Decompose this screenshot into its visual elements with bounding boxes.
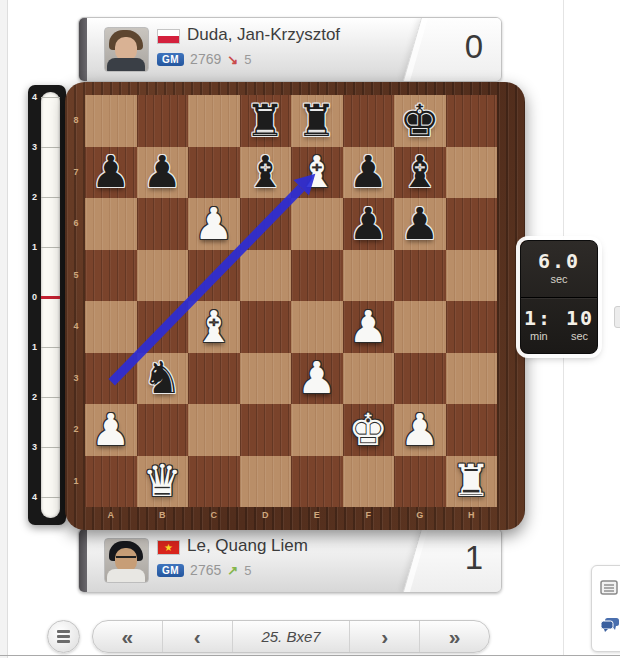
chess-board: ♜♜♚♟♟♝♝♟♝♟♟♟♝♟♞♟♟♚♟♛♜ 87654321ABCDEFGH xyxy=(65,82,525,530)
square-e6[interactable] xyxy=(291,198,343,250)
black-k-piece: ♚ xyxy=(400,99,439,143)
square-c3[interactable] xyxy=(188,353,240,405)
player-rating: 2769 xyxy=(190,51,221,67)
square-h3[interactable] xyxy=(446,353,498,405)
eval-tick xyxy=(41,197,60,198)
eval-label-1-5: 1 xyxy=(28,342,41,352)
flag-icon xyxy=(157,540,180,555)
white-p-piece: ♟ xyxy=(400,408,439,452)
last-move-button[interactable]: » xyxy=(420,621,489,652)
square-a5[interactable] xyxy=(85,250,137,302)
eval-label-4-8: 4 xyxy=(28,492,41,502)
player-card-black[interactable]: Le, Quang Liem GM 2765 ↗ 5 1 xyxy=(78,528,502,593)
evaluation-bar: 432101234 xyxy=(28,85,66,525)
square-d6[interactable] xyxy=(240,198,292,250)
square-a2[interactable]: ♟ xyxy=(85,404,137,456)
black-p-piece: ♟ xyxy=(349,202,388,246)
square-e5[interactable] xyxy=(291,250,343,302)
current-move-display[interactable]: 25. Bxe7 xyxy=(233,621,351,652)
white-p-piece: ♟ xyxy=(194,202,233,246)
square-f7[interactable]: ♟ xyxy=(343,147,395,199)
square-d1[interactable] xyxy=(240,456,292,508)
square-b6[interactable] xyxy=(137,198,189,250)
white-b-piece: ♝ xyxy=(297,150,336,194)
square-b8[interactable] xyxy=(137,95,189,147)
rank-label-3: 3 xyxy=(69,373,83,383)
evaluation-meter xyxy=(41,92,60,518)
square-a4[interactable] xyxy=(85,301,137,353)
black-r-piece: ♜ xyxy=(297,99,336,143)
rank-label-6: 6 xyxy=(69,218,83,228)
black-n-piece: ♞ xyxy=(143,356,182,400)
square-e8[interactable]: ♜ xyxy=(291,95,343,147)
white-k-piece: ♚ xyxy=(349,408,388,452)
file-label-c: C xyxy=(188,510,240,520)
square-b4[interactable] xyxy=(137,301,189,353)
black-p-piece: ♟ xyxy=(143,150,182,194)
square-h6[interactable] xyxy=(446,198,498,250)
square-c8[interactable] xyxy=(188,95,240,147)
clock-sec-label: sec xyxy=(571,330,588,342)
match-score-black: 1 xyxy=(465,539,483,577)
broadcast-view: Duda, Jan-Krzysztof GM 2769 ↘ 5 0 Le, Qu… xyxy=(0,0,620,658)
black-p-piece: ♟ xyxy=(400,202,439,246)
square-b7[interactable]: ♟ xyxy=(137,147,189,199)
eval-tick xyxy=(41,247,60,248)
square-h4[interactable] xyxy=(446,301,498,353)
square-d8[interactable]: ♜ xyxy=(240,95,292,147)
card-edge xyxy=(79,18,87,81)
black-p-piece: ♟ xyxy=(349,150,388,194)
square-f8[interactable] xyxy=(343,95,395,147)
square-e7[interactable]: ♝ xyxy=(291,147,343,199)
square-a3[interactable] xyxy=(85,353,137,405)
player-rating: 2765 xyxy=(190,562,221,578)
side-icon-panel xyxy=(591,565,620,652)
rank-label-5: 5 xyxy=(69,270,83,280)
left-margin xyxy=(0,0,8,658)
square-f6[interactable]: ♟ xyxy=(343,198,395,250)
square-e2[interactable] xyxy=(291,404,343,456)
chat-icon[interactable] xyxy=(600,617,620,637)
square-a7[interactable]: ♟ xyxy=(85,147,137,199)
black-p-piece: ♟ xyxy=(91,150,130,194)
square-f4[interactable]: ♟ xyxy=(343,301,395,353)
eval-label-0-4: 0 xyxy=(28,292,41,302)
square-g6[interactable]: ♟ xyxy=(394,198,446,250)
black-r-piece: ♜ xyxy=(246,99,285,143)
square-a1[interactable] xyxy=(85,456,137,508)
eval-label-3-7: 3 xyxy=(28,442,41,452)
square-e3[interactable]: ♟ xyxy=(291,353,343,405)
avatar xyxy=(104,538,149,583)
square-h2[interactable] xyxy=(446,404,498,456)
square-b2[interactable] xyxy=(137,404,189,456)
side-pull-tab[interactable] xyxy=(614,306,620,328)
square-b3[interactable]: ♞ xyxy=(137,353,189,405)
eval-tick xyxy=(41,497,60,498)
rank-label-1: 1 xyxy=(69,476,83,486)
square-g2[interactable]: ♟ xyxy=(394,404,446,456)
eval-tick xyxy=(41,147,60,148)
avatar xyxy=(104,27,149,72)
square-f3[interactable] xyxy=(343,353,395,405)
eval-label-3-1: 3 xyxy=(28,142,41,152)
white-q-piece: ♛ xyxy=(143,459,182,503)
rank-label-4: 4 xyxy=(69,321,83,331)
square-b1[interactable]: ♛ xyxy=(137,456,189,508)
square-c5[interactable] xyxy=(188,250,240,302)
trend-down-icon: ↘ xyxy=(227,52,238,67)
eval-tick xyxy=(41,397,60,398)
square-e1[interactable] xyxy=(291,456,343,508)
white-p-piece: ♟ xyxy=(349,305,388,349)
match-score-white: 0 xyxy=(465,28,483,66)
white-p-piece: ♟ xyxy=(297,356,336,400)
eval-label-2-2: 2 xyxy=(28,192,41,202)
trend-up-icon: ↗ xyxy=(227,563,238,578)
eval-zero-marker xyxy=(41,296,60,299)
rank-label-8: 8 xyxy=(69,115,83,125)
square-h8[interactable] xyxy=(446,95,498,147)
white-b-piece: ♝ xyxy=(194,305,233,349)
previous-move-button[interactable]: ‹ xyxy=(163,621,233,652)
file-label-e: E xyxy=(291,510,343,520)
square-f5[interactable] xyxy=(343,250,395,302)
clock-white-time: 6.0 xyxy=(521,249,597,273)
square-f1[interactable] xyxy=(343,456,395,508)
title-badge: GM xyxy=(157,53,184,66)
move-navigation: « ‹ 25. Bxe7 › » xyxy=(92,620,490,653)
square-g5[interactable] xyxy=(394,250,446,302)
square-h7[interactable] xyxy=(446,147,498,199)
square-a6[interactable] xyxy=(85,198,137,250)
square-g7[interactable]: ♝ xyxy=(394,147,446,199)
file-label-a: A xyxy=(85,510,137,520)
flag-icon xyxy=(157,29,180,44)
black-b-piece: ♝ xyxy=(400,150,439,194)
eval-label-2-6: 2 xyxy=(28,392,41,402)
eval-tick xyxy=(41,447,60,448)
square-b5[interactable] xyxy=(137,250,189,302)
white-p-piece: ♟ xyxy=(91,408,130,452)
white-r-piece: ♜ xyxy=(452,459,491,503)
menu-icon xyxy=(57,630,70,633)
square-d3[interactable] xyxy=(240,353,292,405)
square-g1[interactable] xyxy=(394,456,446,508)
trend-value: 5 xyxy=(244,563,251,578)
board-grid: ♜♜♚♟♟♝♝♟♝♟♟♟♝♟♞♟♟♚♟♛♜ xyxy=(85,95,497,507)
black-b-piece: ♝ xyxy=(246,150,285,194)
clock-min-label: min xyxy=(530,330,548,342)
eval-tick xyxy=(41,347,60,348)
square-h5[interactable] xyxy=(446,250,498,302)
square-d7[interactable]: ♝ xyxy=(240,147,292,199)
eval-label-4-0: 4 xyxy=(28,92,41,102)
square-g8[interactable]: ♚ xyxy=(394,95,446,147)
square-c4[interactable]: ♝ xyxy=(188,301,240,353)
square-c2[interactable] xyxy=(188,404,240,456)
bottom-divider xyxy=(0,655,620,656)
square-d2[interactable] xyxy=(240,404,292,456)
player-name: Le, Quang Liem xyxy=(187,536,308,556)
eval-tick xyxy=(41,97,60,98)
square-g3[interactable] xyxy=(394,353,446,405)
next-move-button[interactable]: › xyxy=(350,621,420,652)
square-a8[interactable] xyxy=(85,95,137,147)
square-e4[interactable] xyxy=(291,301,343,353)
file-label-b: B xyxy=(137,510,189,520)
file-label-f: F xyxy=(343,510,395,520)
file-label-h: H xyxy=(446,510,498,520)
card-edge xyxy=(79,529,87,592)
player-name: Duda, Jan-Krzysztof xyxy=(187,25,340,45)
first-move-button[interactable]: « xyxy=(93,621,163,652)
trend-value: 5 xyxy=(244,52,251,67)
file-label-d: D xyxy=(240,510,292,520)
clock-black-time: 1: 10 xyxy=(521,306,597,330)
square-g4[interactable] xyxy=(394,301,446,353)
square-c6[interactable]: ♟ xyxy=(188,198,240,250)
rank-label-7: 7 xyxy=(69,167,83,177)
menu-button[interactable] xyxy=(47,620,80,653)
file-label-g: G xyxy=(394,510,446,520)
chess-clock: 6.0 sec 1: 10 min sec xyxy=(520,240,598,354)
square-h1[interactable]: ♜ xyxy=(446,456,498,508)
square-d5[interactable] xyxy=(240,250,292,302)
player-card-white[interactable]: Duda, Jan-Krzysztof GM 2769 ↘ 5 0 xyxy=(78,17,502,82)
square-c1[interactable] xyxy=(188,456,240,508)
square-c7[interactable] xyxy=(188,147,240,199)
notes-list-icon[interactable] xyxy=(600,580,618,599)
square-d4[interactable] xyxy=(240,301,292,353)
clock-white-unit: sec xyxy=(521,273,597,285)
square-f2[interactable]: ♚ xyxy=(343,404,395,456)
title-badge: GM xyxy=(157,564,184,577)
eval-label-1-3: 1 xyxy=(28,242,41,252)
rank-label-2: 2 xyxy=(69,424,83,434)
